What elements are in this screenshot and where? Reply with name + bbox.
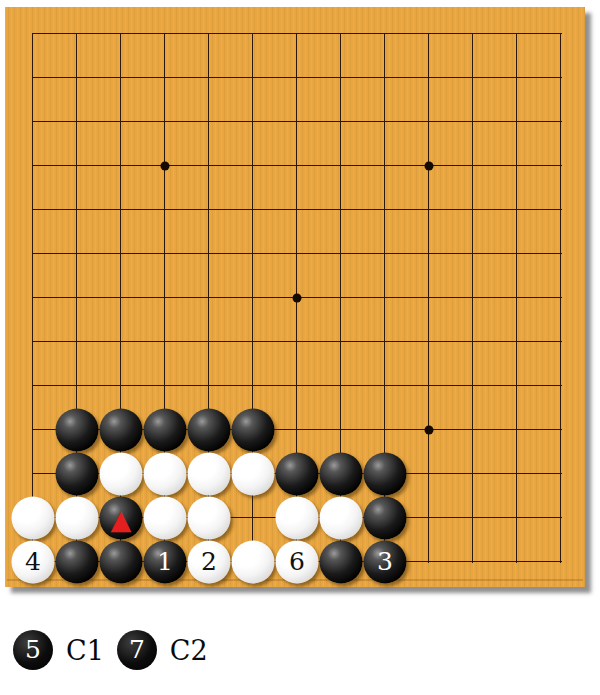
white-stone [100, 453, 143, 496]
intersection-G9[interactable] [275, 188, 319, 232]
stone-move-number: 6 [289, 549, 305, 576]
white-stone [144, 453, 187, 496]
black-stone [320, 541, 363, 584]
intersection-C11[interactable] [99, 100, 143, 144]
white-stone [144, 497, 187, 540]
white-stone [320, 497, 363, 540]
intersection-D5[interactable] [143, 364, 187, 408]
intersection-J4[interactable] [363, 408, 407, 452]
intersection-A11[interactable] [11, 100, 55, 144]
caption-move-5-stone: 5 [13, 630, 53, 670]
intersection-E12[interactable] [187, 56, 231, 100]
black-stone [100, 541, 143, 584]
white-stone: 6 [276, 541, 319, 584]
intersection-K5[interactable] [407, 364, 451, 408]
intersection-E9[interactable] [187, 188, 231, 232]
intersection-H5[interactable] [319, 364, 363, 408]
intersection-C8[interactable] [99, 232, 143, 276]
intersection-D9[interactable] [143, 188, 187, 232]
intersection-L1[interactable] [451, 540, 495, 584]
intersection-L5[interactable] [451, 364, 495, 408]
intersection-C12[interactable] [99, 56, 143, 100]
intersection-L2[interactable] [451, 496, 495, 540]
intersection-E11[interactable] [187, 100, 231, 144]
intersection-B12[interactable] [55, 56, 99, 100]
intersection-J8[interactable] [363, 232, 407, 276]
intersection-H11[interactable] [319, 100, 363, 144]
intersection-N12[interactable] [539, 56, 583, 100]
intersection-L3[interactable] [451, 452, 495, 496]
intersection-K1[interactable] [407, 540, 451, 584]
intersection-J7[interactable] [363, 276, 407, 320]
intersection-A7[interactable] [11, 276, 55, 320]
star-point [425, 162, 434, 171]
intersection-M7[interactable] [495, 276, 539, 320]
intersection-F7[interactable] [231, 276, 275, 320]
intersection-J13[interactable] [363, 12, 407, 56]
intersection-A3[interactable] [11, 452, 55, 496]
intersection-M12[interactable] [495, 56, 539, 100]
intersection-M3[interactable] [495, 452, 539, 496]
black-stone [276, 453, 319, 496]
intersection-M9[interactable] [495, 188, 539, 232]
stone-move-number: 4 [25, 549, 41, 576]
intersection-N5[interactable] [539, 364, 583, 408]
intersection-D8[interactable] [143, 232, 187, 276]
intersection-J9[interactable] [363, 188, 407, 232]
star-point [425, 426, 434, 435]
intersection-A10[interactable] [11, 144, 55, 188]
intersection-H7[interactable] [319, 276, 363, 320]
intersection-M11[interactable] [495, 100, 539, 144]
intersection-E7[interactable] [187, 276, 231, 320]
intersection-B11[interactable] [55, 100, 99, 144]
black-stone [188, 409, 231, 452]
intersection-F13[interactable] [231, 12, 275, 56]
intersection-C5[interactable] [99, 364, 143, 408]
intersection-E5[interactable] [187, 364, 231, 408]
black-stone [364, 497, 407, 540]
intersection-L9[interactable] [451, 188, 495, 232]
intersection-E6[interactable] [187, 320, 231, 364]
intersection-H13[interactable] [319, 12, 363, 56]
intersection-C10[interactable] [99, 144, 143, 188]
intersection-G5[interactable] [275, 364, 319, 408]
intersection-F11[interactable] [231, 100, 275, 144]
intersection-K12[interactable] [407, 56, 451, 100]
intersection-M2[interactable] [495, 496, 539, 540]
intersection-K9[interactable] [407, 188, 451, 232]
intersection-N10[interactable] [539, 144, 583, 188]
white-stone [56, 497, 99, 540]
intersection-C6[interactable] [99, 320, 143, 364]
intersection-M6[interactable] [495, 320, 539, 364]
intersection-N6[interactable] [539, 320, 583, 364]
black-stone [364, 453, 407, 496]
black-stone [56, 409, 99, 452]
black-stone: 3 [364, 541, 407, 584]
intersection-J11[interactable] [363, 100, 407, 144]
intersection-F12[interactable] [231, 56, 275, 100]
intersection-N13[interactable] [539, 12, 583, 56]
move-caption: 5 C1 7 C2 [13, 630, 208, 670]
intersection-L11[interactable] [451, 100, 495, 144]
intersection-M4[interactable] [495, 408, 539, 452]
intersection-B13[interactable] [55, 12, 99, 56]
intersection-E13[interactable] [187, 12, 231, 56]
intersection-K8[interactable] [407, 232, 451, 276]
intersection-N7[interactable] [539, 276, 583, 320]
intersection-K13[interactable] [407, 12, 451, 56]
black-stone: 1 [144, 541, 187, 584]
intersection-G4[interactable] [275, 408, 319, 452]
intersection-H6[interactable] [319, 320, 363, 364]
intersection-C9[interactable] [99, 188, 143, 232]
intersection-C7[interactable] [99, 276, 143, 320]
intersection-N3[interactable] [539, 452, 583, 496]
intersection-N11[interactable] [539, 100, 583, 144]
intersection-M10[interactable] [495, 144, 539, 188]
intersection-F8[interactable] [231, 232, 275, 276]
intersection-L4[interactable] [451, 408, 495, 452]
white-stone [188, 497, 231, 540]
star-point [161, 162, 170, 171]
black-stone [320, 453, 363, 496]
intersection-M5[interactable] [495, 364, 539, 408]
intersection-N8[interactable] [539, 232, 583, 276]
intersection-K2[interactable] [407, 496, 451, 540]
intersection-A5[interactable] [11, 364, 55, 408]
black-stone [100, 409, 143, 452]
intersection-H8[interactable] [319, 232, 363, 276]
intersection-J6[interactable] [363, 320, 407, 364]
intersection-F9[interactable] [231, 188, 275, 232]
intersection-G10[interactable] [275, 144, 319, 188]
white-stone [12, 497, 55, 540]
star-point [293, 294, 302, 303]
intersection-C13[interactable] [99, 12, 143, 56]
intersection-K3[interactable] [407, 452, 451, 496]
intersection-G11[interactable] [275, 100, 319, 144]
intersection-B8[interactable] [55, 232, 99, 276]
intersection-H4[interactable] [319, 408, 363, 452]
white-stone: 4 [12, 541, 55, 584]
intersection-M8[interactable] [495, 232, 539, 276]
intersection-K6[interactable] [407, 320, 451, 364]
intersection-F5[interactable] [231, 364, 275, 408]
intersection-K11[interactable] [407, 100, 451, 144]
go-board: ▲41263 [5, 7, 585, 587]
board-grid: ▲41263 [11, 12, 583, 584]
intersection-B6[interactable] [55, 320, 99, 364]
intersection-B9[interactable] [55, 188, 99, 232]
black-stone [232, 409, 275, 452]
intersection-B10[interactable] [55, 144, 99, 188]
intersection-H10[interactable] [319, 144, 363, 188]
intersection-G12[interactable] [275, 56, 319, 100]
intersection-H12[interactable] [319, 56, 363, 100]
stone-move-number: 2 [201, 549, 217, 576]
intersection-F10[interactable] [231, 144, 275, 188]
white-stone [232, 541, 275, 584]
caption-move-7-point: C2 [170, 635, 208, 666]
intersection-D7[interactable] [143, 276, 187, 320]
intersection-L6[interactable] [451, 320, 495, 364]
white-stone [232, 453, 275, 496]
black-stone: ▲ [100, 497, 143, 540]
triangle-marker-icon: ▲ [111, 506, 132, 533]
intersection-D11[interactable] [143, 100, 187, 144]
intersection-A12[interactable] [11, 56, 55, 100]
intersection-A8[interactable] [11, 232, 55, 276]
white-stone [276, 497, 319, 540]
intersection-N2[interactable] [539, 496, 583, 540]
intersection-M13[interactable] [495, 12, 539, 56]
intersection-L7[interactable] [451, 276, 495, 320]
intersection-D12[interactable] [143, 56, 187, 100]
intersection-N1[interactable] [539, 540, 583, 584]
intersection-B5[interactable] [55, 364, 99, 408]
white-stone [188, 453, 231, 496]
intersection-N9[interactable] [539, 188, 583, 232]
white-stone: 2 [188, 541, 231, 584]
stone-move-number: 1 [157, 549, 173, 576]
intersection-F2[interactable] [231, 496, 275, 540]
caption-move-5-point: C1 [66, 635, 104, 666]
intersection-E10[interactable] [187, 144, 231, 188]
intersection-L12[interactable] [451, 56, 495, 100]
intersection-E8[interactable] [187, 232, 231, 276]
go-diagram-page: ▲41263 5 C1 7 C2 [0, 0, 600, 695]
intersection-G6[interactable] [275, 320, 319, 364]
intersection-N4[interactable] [539, 408, 583, 452]
intersection-J10[interactable] [363, 144, 407, 188]
black-stone [56, 541, 99, 584]
stone-move-number: 3 [377, 549, 393, 576]
intersection-A9[interactable] [11, 188, 55, 232]
intersection-K7[interactable] [407, 276, 451, 320]
intersection-A13[interactable] [11, 12, 55, 56]
intersection-F6[interactable] [231, 320, 275, 364]
intersection-J5[interactable] [363, 364, 407, 408]
intersection-L8[interactable] [451, 232, 495, 276]
caption-move-7-stone: 7 [117, 630, 157, 670]
intersection-G13[interactable] [275, 12, 319, 56]
intersection-A6[interactable] [11, 320, 55, 364]
intersection-D13[interactable] [143, 12, 187, 56]
intersection-L13[interactable] [451, 12, 495, 56]
intersection-M1[interactable] [495, 540, 539, 584]
intersection-H9[interactable] [319, 188, 363, 232]
black-stone [56, 453, 99, 496]
intersection-L10[interactable] [451, 144, 495, 188]
black-stone [144, 409, 187, 452]
intersection-J12[interactable] [363, 56, 407, 100]
intersection-B7[interactable] [55, 276, 99, 320]
intersection-G8[interactable] [275, 232, 319, 276]
intersection-A4[interactable] [11, 408, 55, 452]
intersection-D6[interactable] [143, 320, 187, 364]
